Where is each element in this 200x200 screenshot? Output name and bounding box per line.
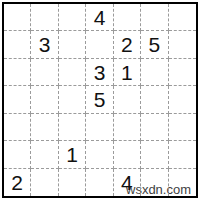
cell-r5c4 — [86, 114, 113, 141]
cell-r6c4 — [86, 141, 113, 168]
cell-r3c6 — [141, 59, 168, 86]
cell-r1c1 — [4, 4, 31, 31]
cell-r6c2 — [31, 141, 58, 168]
cell-r6c1 — [4, 141, 31, 168]
cell-r7c7 — [169, 169, 196, 196]
cell-r1c3 — [59, 4, 86, 31]
cell-r2c1 — [4, 31, 31, 58]
cell-r1c4: 4 — [86, 4, 113, 31]
cell-r5c2 — [31, 114, 58, 141]
cell-r1c6 — [141, 4, 168, 31]
cell-r4c6 — [141, 86, 168, 113]
cell-r6c7 — [169, 141, 196, 168]
cell-r5c6 — [141, 114, 168, 141]
cell-r7c6 — [141, 169, 168, 196]
cell-r4c4: 5 — [86, 86, 113, 113]
cell-r1c2 — [31, 4, 58, 31]
cell-r5c5 — [114, 114, 141, 141]
cell-r2c6: 5 — [141, 31, 168, 58]
cell-r4c7 — [169, 86, 196, 113]
cell-r7c1: 2 — [4, 169, 31, 196]
cell-r7c3 — [59, 169, 86, 196]
cell-r7c2 — [31, 169, 58, 196]
cell-r5c7 — [169, 114, 196, 141]
cell-r2c5: 2 — [114, 31, 141, 58]
cell-r2c7 — [169, 31, 196, 58]
cell-r6c3: 1 — [59, 141, 86, 168]
cell-r2c3 — [59, 31, 86, 58]
cell-r3c7 — [169, 59, 196, 86]
cell-r3c2 — [31, 59, 58, 86]
cell-r3c1 — [4, 59, 31, 86]
cell-r6c6 — [141, 141, 168, 168]
cell-r3c4: 3 — [86, 59, 113, 86]
cell-r7c5: 4 — [114, 169, 141, 196]
cell-r6c5 — [114, 141, 141, 168]
cell-r5c3 — [59, 114, 86, 141]
cell-r4c1 — [4, 86, 31, 113]
cell-r5c1 — [4, 114, 31, 141]
puzzle-board: 4 3 2 5 3 1 5 1 2 4 — [2, 2, 198, 198]
cell-r4c5 — [114, 86, 141, 113]
cell-r3c3 — [59, 59, 86, 86]
cell-r1c7 — [169, 4, 196, 31]
cell-r2c2: 3 — [31, 31, 58, 58]
cell-r7c4 — [86, 169, 113, 196]
cell-r3c5: 1 — [114, 59, 141, 86]
cell-r4c2 — [31, 86, 58, 113]
cell-r4c3 — [59, 86, 86, 113]
cell-r2c4 — [86, 31, 113, 58]
cell-r1c5 — [114, 4, 141, 31]
